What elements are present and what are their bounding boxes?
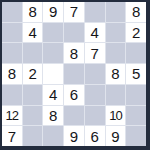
given-number-cell[interactable]: 12	[2, 106, 22, 126]
given-number-cell[interactable]: 9	[106, 126, 126, 146]
blocked-cell	[126, 43, 146, 63]
blocked-cell	[64, 106, 84, 126]
given-number-cell[interactable]: 6	[85, 126, 105, 146]
given-number-cell[interactable]: 8	[106, 64, 126, 84]
blocked-cell	[64, 23, 84, 43]
given-number-cell[interactable]: 6	[64, 85, 84, 105]
given-number-cell[interactable]: 8	[23, 2, 43, 22]
puzzle-board: 897844287828546128107969	[0, 0, 150, 150]
given-number-cell[interactable]: 7	[2, 126, 22, 146]
blocked-cell	[126, 126, 146, 146]
blocked-cell	[64, 64, 84, 84]
blocked-cell	[23, 85, 43, 105]
blocked-cell	[85, 106, 105, 126]
blocked-cell	[106, 85, 126, 105]
blocked-cell	[85, 85, 105, 105]
blocked-cell	[126, 85, 146, 105]
blocked-cell	[2, 85, 22, 105]
given-number-cell[interactable]: 4	[43, 85, 63, 105]
blocked-cell	[106, 2, 126, 22]
blocked-cell	[2, 43, 22, 63]
blocked-cell	[2, 2, 22, 22]
blocked-cell	[106, 43, 126, 63]
blocked-cell	[23, 126, 43, 146]
given-number-cell[interactable]: 8	[2, 64, 22, 84]
blocked-cell	[106, 23, 126, 43]
given-number-cell[interactable]: 7	[85, 43, 105, 63]
blocked-cell	[23, 106, 43, 126]
given-number-cell[interactable]: 8	[64, 43, 84, 63]
empty-cell[interactable]	[43, 64, 63, 84]
blocked-cell	[43, 43, 63, 63]
puzzle-grid: 897844287828546128107969	[2, 2, 146, 146]
given-number-cell[interactable]: 8	[43, 106, 63, 126]
given-number-cell[interactable]: 2	[126, 23, 146, 43]
given-number-cell[interactable]: 4	[23, 23, 43, 43]
given-number-cell[interactable]: 9	[43, 2, 63, 22]
given-number-cell[interactable]: 5	[126, 64, 146, 84]
blocked-cell	[85, 2, 105, 22]
blocked-cell	[126, 106, 146, 126]
given-number-cell[interactable]: 4	[85, 23, 105, 43]
blocked-cell	[2, 23, 22, 43]
given-number-cell[interactable]: 10	[106, 106, 126, 126]
given-number-cell[interactable]: 7	[64, 2, 84, 22]
given-number-cell[interactable]: 2	[23, 64, 43, 84]
blocked-cell	[43, 23, 63, 43]
given-number-cell[interactable]: 9	[64, 126, 84, 146]
blocked-cell	[23, 43, 43, 63]
blocked-cell	[85, 64, 105, 84]
blocked-cell	[43, 126, 63, 146]
given-number-cell[interactable]: 8	[126, 2, 146, 22]
